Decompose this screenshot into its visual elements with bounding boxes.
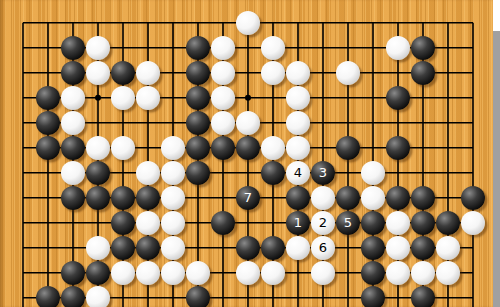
stone-white[interactable]: [136, 211, 160, 235]
stone-white[interactable]: [286, 136, 310, 160]
stone-black[interactable]: [36, 111, 60, 135]
stone-white[interactable]: [86, 36, 110, 60]
stone-white[interactable]: [161, 236, 185, 260]
stone-black-move-3[interactable]: 3: [311, 161, 335, 185]
stone-white[interactable]: [236, 111, 260, 135]
stone-black[interactable]: [336, 186, 360, 210]
stone-white[interactable]: [386, 261, 410, 285]
stone-white[interactable]: [61, 111, 85, 135]
stone-black-move-7[interactable]: 7: [236, 186, 260, 210]
stone-black[interactable]: [111, 61, 135, 85]
stone-black[interactable]: [386, 136, 410, 160]
stone-white[interactable]: [161, 261, 185, 285]
stone-white[interactable]: [261, 61, 285, 85]
stone-white[interactable]: [461, 211, 485, 235]
stone-black[interactable]: [111, 211, 135, 235]
stone-black[interactable]: [261, 236, 285, 260]
stone-white[interactable]: [211, 36, 235, 60]
stone-black-move-1[interactable]: 1: [286, 211, 310, 235]
stone-black[interactable]: [411, 211, 435, 235]
stone-black[interactable]: [61, 286, 85, 307]
stone-black[interactable]: [61, 61, 85, 85]
stone-white[interactable]: [236, 261, 260, 285]
stone-black[interactable]: [361, 236, 385, 260]
stone-white-move-2[interactable]: 2: [311, 211, 335, 235]
stone-white[interactable]: [111, 261, 135, 285]
stone-white[interactable]: [261, 261, 285, 285]
stone-black[interactable]: [211, 211, 235, 235]
stone-black[interactable]: [186, 111, 210, 135]
stone-white[interactable]: [386, 211, 410, 235]
stone-white-move-4[interactable]: 4: [286, 161, 310, 185]
stone-black[interactable]: [186, 136, 210, 160]
stone-white[interactable]: [186, 261, 210, 285]
stone-black[interactable]: [261, 161, 285, 185]
stone-black[interactable]: [411, 236, 435, 260]
stone-white[interactable]: [286, 86, 310, 110]
star-point: [95, 95, 101, 101]
stone-white[interactable]: [136, 161, 160, 185]
stone-black[interactable]: [186, 161, 210, 185]
stone-white[interactable]: [161, 186, 185, 210]
stone-white-move-6[interactable]: 6: [311, 236, 335, 260]
move-number-label: 1: [294, 216, 302, 229]
stone-black[interactable]: [36, 286, 60, 307]
stone-black[interactable]: [411, 186, 435, 210]
stone-black[interactable]: [411, 286, 435, 307]
stone-black[interactable]: [461, 186, 485, 210]
star-point: [245, 95, 251, 101]
stone-white[interactable]: [161, 211, 185, 235]
stone-black[interactable]: [136, 186, 160, 210]
stone-black[interactable]: [86, 261, 110, 285]
stone-white[interactable]: [111, 86, 135, 110]
stone-white[interactable]: [436, 261, 460, 285]
stone-white[interactable]: [61, 86, 85, 110]
stone-black[interactable]: [86, 161, 110, 185]
stone-white[interactable]: [86, 286, 110, 307]
move-number-label: 5: [344, 216, 352, 229]
stone-white[interactable]: [286, 61, 310, 85]
stone-black[interactable]: [111, 236, 135, 260]
stone-black[interactable]: [111, 186, 135, 210]
stone-white[interactable]: [111, 136, 135, 160]
stone-black[interactable]: [86, 186, 110, 210]
stone-white[interactable]: [136, 261, 160, 285]
stone-black[interactable]: [236, 136, 260, 160]
stone-white[interactable]: [261, 36, 285, 60]
go-board[interactable]: 4371256: [0, 0, 493, 307]
stone-white[interactable]: [136, 61, 160, 85]
stone-black[interactable]: [61, 261, 85, 285]
stone-white[interactable]: [386, 236, 410, 260]
stone-white[interactable]: [211, 61, 235, 85]
stone-white[interactable]: [286, 236, 310, 260]
stone-black[interactable]: [336, 136, 360, 160]
stone-black[interactable]: [361, 261, 385, 285]
stone-black[interactable]: [136, 236, 160, 260]
stone-white[interactable]: [386, 36, 410, 60]
stone-black-move-5[interactable]: 5: [336, 211, 360, 235]
stone-black[interactable]: [236, 236, 260, 260]
stone-white[interactable]: [436, 236, 460, 260]
stone-black[interactable]: [186, 86, 210, 110]
stone-black[interactable]: [361, 286, 385, 307]
stone-black[interactable]: [386, 186, 410, 210]
move-number-label: 3: [319, 166, 327, 179]
move-number-label: 4: [294, 166, 302, 179]
stone-white[interactable]: [211, 111, 235, 135]
stone-black[interactable]: [211, 136, 235, 160]
stone-black[interactable]: [61, 136, 85, 160]
stone-white[interactable]: [361, 186, 385, 210]
stone-black[interactable]: [36, 136, 60, 160]
stone-black[interactable]: [411, 36, 435, 60]
stone-black[interactable]: [186, 36, 210, 60]
stone-white[interactable]: [336, 61, 360, 85]
stone-black[interactable]: [36, 86, 60, 110]
stone-white[interactable]: [61, 161, 85, 185]
stone-black[interactable]: [186, 286, 210, 307]
stone-white[interactable]: [311, 261, 335, 285]
stone-black[interactable]: [186, 61, 210, 85]
stone-white[interactable]: [361, 161, 385, 185]
stone-white[interactable]: [161, 136, 185, 160]
stone-black[interactable]: [361, 211, 385, 235]
stone-white[interactable]: [236, 11, 260, 35]
move-number-label: 2: [319, 216, 327, 229]
stone-white[interactable]: [311, 186, 335, 210]
stone-white[interactable]: [411, 261, 435, 285]
stone-white[interactable]: [286, 111, 310, 135]
stone-white[interactable]: [136, 86, 160, 110]
stone-black[interactable]: [286, 186, 310, 210]
go-game-screenshot: 4371256: [0, 0, 500, 307]
stone-black[interactable]: [386, 86, 410, 110]
stone-white[interactable]: [161, 161, 185, 185]
stone-white[interactable]: [86, 61, 110, 85]
move-number-label: 6: [319, 241, 327, 254]
stone-black[interactable]: [61, 36, 85, 60]
board-edge-shadow: [493, 31, 500, 307]
stone-white[interactable]: [86, 236, 110, 260]
stone-black[interactable]: [61, 186, 85, 210]
stone-black[interactable]: [411, 61, 435, 85]
move-number-label: 7: [244, 191, 252, 204]
stone-black[interactable]: [436, 211, 460, 235]
stone-white[interactable]: [86, 136, 110, 160]
stone-white[interactable]: [211, 86, 235, 110]
stone-white[interactable]: [261, 136, 285, 160]
